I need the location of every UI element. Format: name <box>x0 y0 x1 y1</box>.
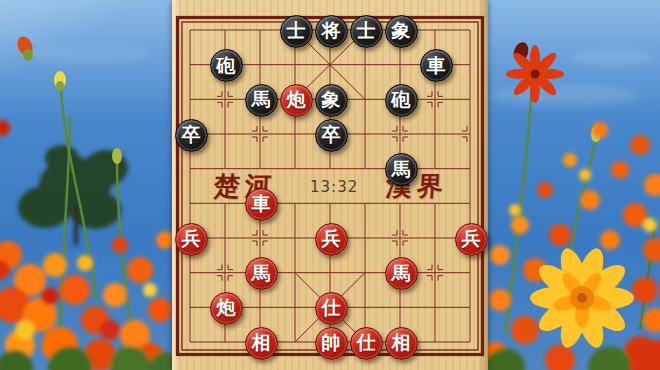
piece-black-cannon[interactable]: 砲 <box>210 49 243 82</box>
piece-black-elephant[interactable]: 象 <box>315 84 348 117</box>
piece-red-chariot[interactable]: 車 <box>245 188 278 221</box>
piece-red-soldier[interactable]: 兵 <box>315 223 348 256</box>
piece-black-chariot[interactable]: 車 <box>420 49 453 82</box>
piece-red-soldier[interactable]: 兵 <box>175 223 208 256</box>
piece-black-soldier[interactable]: 卒 <box>315 119 348 152</box>
piece-black-horse[interactable]: 馬 <box>385 153 418 186</box>
piece-red-cannon[interactable]: 炮 <box>280 84 313 117</box>
piece-red-soldier[interactable]: 兵 <box>455 223 488 256</box>
piece-red-horse[interactable]: 馬 <box>245 257 278 290</box>
piece-red-advisor[interactable]: 仕 <box>315 292 348 325</box>
xiangqi-board[interactable]: 楚河 漢界 13:32 士将士象砲車馬炮象砲卒卒馬車兵兵兵馬馬炮仕相帥仕相 <box>172 0 488 370</box>
piece-black-advisor[interactable]: 士 <box>350 15 383 48</box>
piece-black-horse[interactable]: 馬 <box>245 84 278 117</box>
piece-red-horse[interactable]: 馬 <box>385 257 418 290</box>
piece-black-general[interactable]: 将 <box>315 15 348 48</box>
piece-red-elephant[interactable]: 相 <box>385 327 418 360</box>
piece-black-cannon[interactable]: 砲 <box>385 84 418 117</box>
piece-black-advisor[interactable]: 士 <box>280 15 313 48</box>
piece-black-elephant[interactable]: 象 <box>385 15 418 48</box>
piece-red-general[interactable]: 帥 <box>315 327 348 360</box>
piece-red-cannon[interactable]: 炮 <box>210 292 243 325</box>
piece-red-advisor[interactable]: 仕 <box>350 327 383 360</box>
red-flower <box>506 45 564 103</box>
piece-red-elephant[interactable]: 相 <box>245 327 278 360</box>
game-timer: 13:32 <box>310 178 356 196</box>
piece-black-soldier[interactable]: 卒 <box>175 119 208 152</box>
